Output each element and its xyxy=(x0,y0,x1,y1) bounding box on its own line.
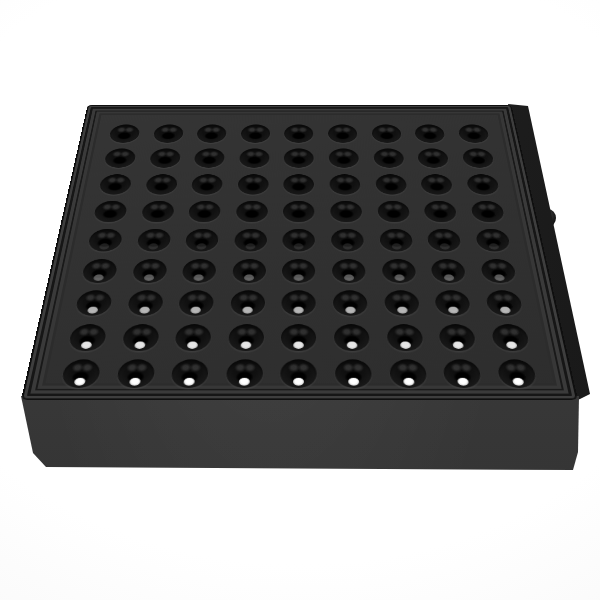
board-hole xyxy=(417,149,449,168)
hole-through-light xyxy=(499,307,510,314)
board-hole xyxy=(386,324,424,351)
hole-through-light xyxy=(194,274,205,281)
board-hole xyxy=(230,291,265,316)
hole-through-light xyxy=(345,307,356,314)
board-hole xyxy=(232,259,266,283)
hole-through-light xyxy=(344,274,354,281)
board-hole xyxy=(126,291,164,316)
board-hole xyxy=(442,360,482,389)
board-hole xyxy=(438,324,477,351)
board-hole xyxy=(283,229,316,252)
board-hole xyxy=(178,291,214,316)
board-hole xyxy=(434,291,472,316)
board-hole xyxy=(116,360,156,389)
board-hole xyxy=(331,229,364,252)
board-hole xyxy=(281,324,317,351)
board-hole xyxy=(239,149,270,168)
board-hole xyxy=(228,324,264,351)
hole-through-light xyxy=(187,341,198,348)
board-hole xyxy=(284,149,314,168)
board-hole xyxy=(461,149,494,168)
board-hole xyxy=(485,291,524,316)
board-hole xyxy=(281,360,318,389)
board-hole xyxy=(185,229,219,252)
hole-through-light xyxy=(197,243,207,249)
board-hole xyxy=(171,360,210,389)
board-hole xyxy=(141,201,175,222)
board-hole xyxy=(335,360,372,389)
board-hole xyxy=(457,124,489,142)
board-hole xyxy=(236,201,268,222)
hole-through-light xyxy=(391,243,401,249)
board-hole xyxy=(389,360,428,389)
hole-through-light xyxy=(294,274,304,281)
board-hole xyxy=(145,174,178,194)
board-hole xyxy=(334,324,370,351)
board-hole xyxy=(61,360,102,389)
board-hole xyxy=(175,324,213,351)
hole-through-light xyxy=(191,307,202,314)
board-hole xyxy=(430,259,466,283)
board-hole xyxy=(188,201,221,222)
hole-through-light xyxy=(400,341,411,348)
hole-through-light xyxy=(87,307,98,314)
hole-through-light xyxy=(139,307,150,314)
board-hole xyxy=(284,124,313,142)
board-hole xyxy=(329,174,360,194)
hole-through-light xyxy=(81,341,93,348)
hole-through-light xyxy=(394,274,404,281)
board-hole xyxy=(373,149,404,168)
hole-through-light xyxy=(245,243,255,249)
board-hole xyxy=(87,229,123,252)
hole-through-light xyxy=(452,341,464,348)
board-hole xyxy=(381,259,416,283)
hole-grid xyxy=(50,122,547,393)
hole-through-light xyxy=(347,341,358,348)
hole-through-light xyxy=(244,274,254,281)
board-hole xyxy=(131,259,167,283)
board-hole xyxy=(149,149,181,168)
hole-through-light xyxy=(440,243,450,249)
hole-through-light xyxy=(348,378,359,386)
hole-through-light xyxy=(488,243,499,249)
hole-through-light xyxy=(494,274,505,281)
board-hole xyxy=(377,201,410,222)
board-hole xyxy=(68,324,108,351)
hole-through-light xyxy=(242,307,253,314)
board-hole xyxy=(153,124,185,142)
board-hole xyxy=(329,149,360,168)
board-hole xyxy=(379,229,413,252)
hole-through-light xyxy=(343,243,353,249)
board-hole xyxy=(333,291,368,316)
board-hole xyxy=(383,291,419,316)
hole-through-light xyxy=(403,378,415,386)
board-hole xyxy=(420,174,453,194)
hole-through-light xyxy=(397,307,408,314)
board-hole xyxy=(182,259,217,283)
board-hole xyxy=(496,360,537,389)
board-hole xyxy=(136,229,171,252)
board-hole xyxy=(470,201,505,222)
board-hole xyxy=(104,149,137,168)
board-hole xyxy=(226,360,264,389)
hole-through-light xyxy=(184,378,196,386)
board-hole xyxy=(282,259,315,283)
hole-through-light xyxy=(448,307,459,314)
board-hole xyxy=(237,174,268,194)
board-hole xyxy=(328,124,358,142)
board-hole xyxy=(479,259,516,283)
hole-through-light xyxy=(148,243,158,249)
board-hole xyxy=(240,124,270,142)
hole-through-light xyxy=(129,378,141,386)
board-hole xyxy=(93,201,128,222)
hole-through-light xyxy=(99,243,110,249)
board-hole xyxy=(371,124,402,142)
board-hole xyxy=(121,324,160,351)
hole-through-light xyxy=(505,341,517,348)
board-hole xyxy=(234,229,267,252)
board-hole xyxy=(427,229,462,252)
hole-through-light xyxy=(294,341,305,348)
hole-through-light xyxy=(239,378,250,386)
hole-through-light xyxy=(294,243,304,249)
board-hole xyxy=(191,174,223,194)
board-hole xyxy=(109,124,141,142)
board-hole xyxy=(475,229,511,252)
board-hole xyxy=(423,201,457,222)
hole-through-light xyxy=(134,341,146,348)
hole-through-light xyxy=(444,274,455,281)
hole-through-light xyxy=(512,378,524,386)
hole-through-light xyxy=(241,341,252,348)
board-hole xyxy=(283,201,315,222)
board-hole xyxy=(466,174,500,194)
board-hole xyxy=(330,201,362,222)
board-hole xyxy=(75,291,114,316)
board-hole xyxy=(282,291,316,316)
product-photo-scene xyxy=(0,0,600,600)
board-hole xyxy=(197,124,228,142)
hole-through-light xyxy=(74,378,86,386)
hole-through-light xyxy=(457,378,469,386)
board-hole xyxy=(490,324,530,351)
hole-through-light xyxy=(144,274,155,281)
hole-through-light xyxy=(294,307,304,314)
game-board xyxy=(21,105,578,400)
board-hole xyxy=(414,124,445,142)
board-hole xyxy=(81,259,118,283)
board-hole xyxy=(375,174,407,194)
hole-through-light xyxy=(294,378,305,386)
board-hole xyxy=(98,174,132,194)
board-hole xyxy=(332,259,366,283)
board-hole xyxy=(284,174,315,194)
board-hole xyxy=(194,149,225,168)
hole-through-light xyxy=(93,274,104,281)
